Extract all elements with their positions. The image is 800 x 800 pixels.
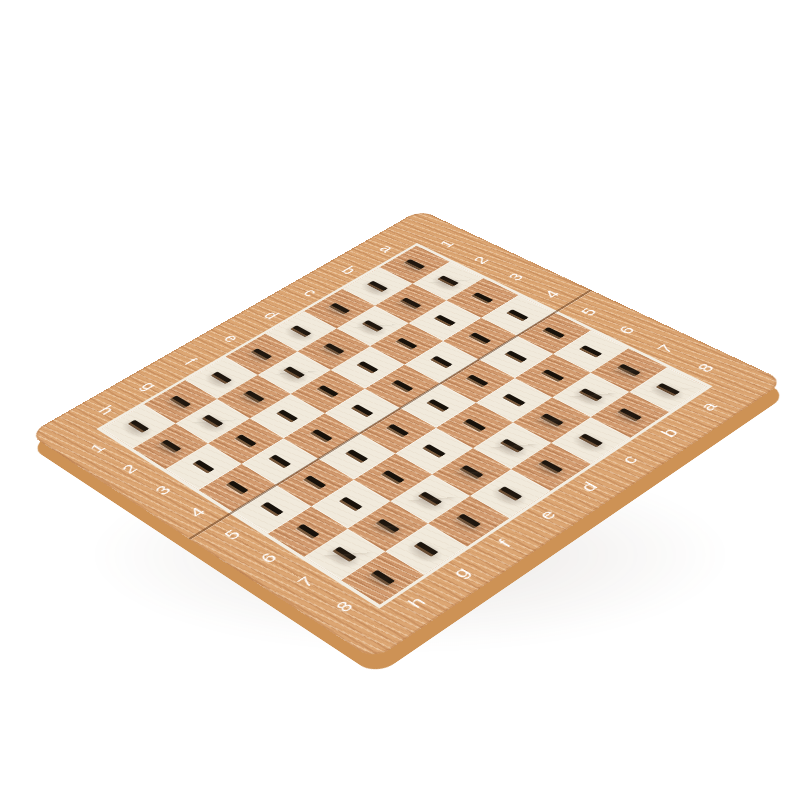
piece-slot [434, 315, 456, 327]
piece-slot [261, 502, 284, 516]
piece-slot [226, 480, 249, 494]
piece-slot [471, 292, 493, 303]
piece-slot [192, 460, 214, 474]
pawn-icon: ♟ [135, 382, 203, 456]
square-h8[interactable]: ♜ [341, 552, 423, 605]
piece-white-rook-h8[interactable]: ♜ [353, 576, 412, 580]
piece-slot [506, 309, 528, 321]
piece-slot [430, 356, 452, 368]
piece-slot [469, 332, 491, 344]
piece-slot [357, 361, 379, 373]
rank-label-1: 1 [64, 428, 130, 468]
piece-slot [317, 385, 339, 398]
piece-black-pawn-h2[interactable]: ♟ [144, 444, 198, 448]
piece-slot [235, 434, 257, 447]
piece-slot [310, 429, 333, 442]
piece-slot [391, 380, 413, 393]
piece-slot [351, 404, 374, 417]
product-photo-scene: 12345678 12345678 abcdefgh abcdefgh ♜♟♟♜… [0, 0, 800, 800]
piece-slot [396, 338, 418, 350]
rook-icon: ♜ [336, 493, 423, 589]
piece-slot [269, 454, 292, 468]
piece-slot [276, 409, 298, 422]
